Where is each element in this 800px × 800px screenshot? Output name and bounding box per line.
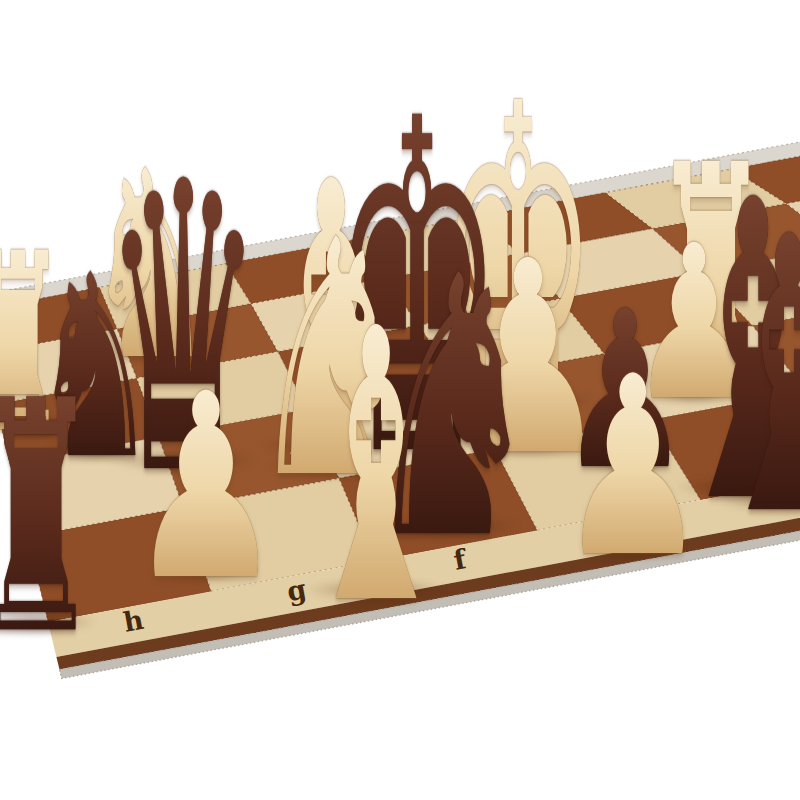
piece-light-bishop[interactable]: ♝ [299,281,454,656]
chess-set-photo: hgfed ♞♜♟♚♜♚♟♝♞♛♟♞♝♝♞♟♟♝♜ [0,0,800,800]
piece-light-pawn[interactable]: ♟ [558,344,709,591]
piece-dark-rook[interactable]: ♜ [0,359,99,678]
piece-light-pawn[interactable]: ♟ [128,360,284,615]
piece-dark-bishop[interactable]: ♝ [711,188,800,567]
